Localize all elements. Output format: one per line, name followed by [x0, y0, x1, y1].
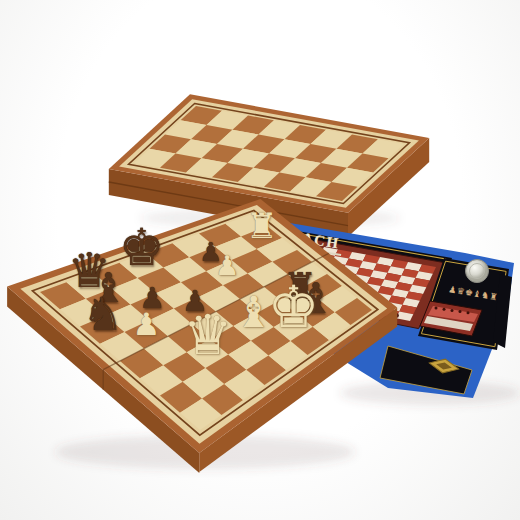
piece-black-knight-c1[interactable]: ♞ — [82, 291, 123, 337]
piece-white-king-g6[interactable]: ♚ — [267, 278, 319, 336]
piece-white-pawn-c6[interactable]: ♟ — [215, 251, 239, 278]
product-photo-scene: ♟♛♚♝♞♜ SCHACH ♜♟♚♟♛♜♝♟♟♝♝♚♞♟♛ — [0, 0, 520, 520]
piece-white-rook-b8[interactable]: ♜ — [246, 209, 277, 244]
piece-white-queen-f3[interactable]: ♛ — [183, 307, 232, 362]
piece-white-pawn-d2[interactable]: ♟ — [133, 309, 161, 340]
